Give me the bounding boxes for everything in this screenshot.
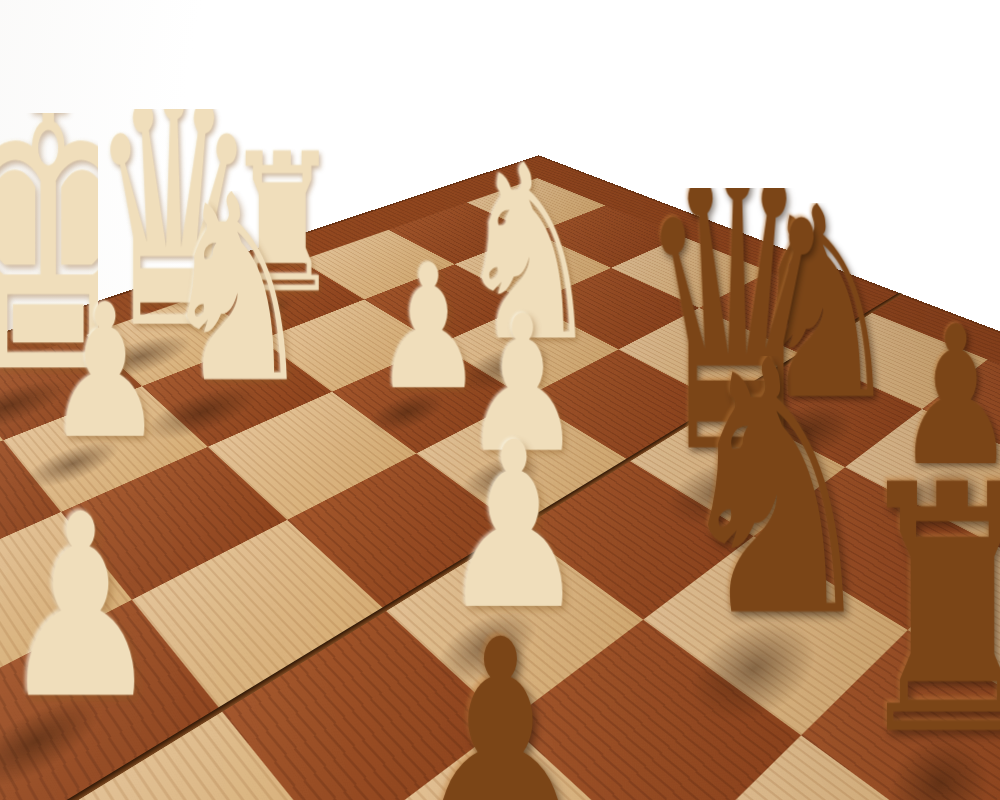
chess-board: ♚♛♜♟♞♟♞♟♟♟♛♞♟♞♟♜ <box>0 157 1000 800</box>
perspective-scene: ♚♛♜♟♞♟♞♟♟♟♛♞♟♞♟♜ <box>0 0 1000 800</box>
photo-stage: ♚♛♜♟♞♟♞♟♟♟♛♞♟♞♟♜ <box>0 0 1000 800</box>
white-pawn-glyph: ♟ <box>0 494 174 704</box>
black-rook-glyph: ♜ <box>829 469 1000 742</box>
black-pawn-glyph: ♟ <box>390 617 609 800</box>
